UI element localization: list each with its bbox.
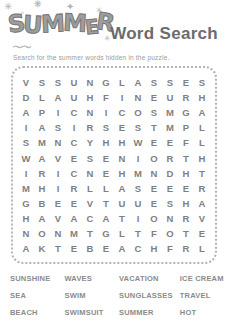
grid-cell-r1c2[interactable]: S [34,75,50,90]
grid-cell-r6c3[interactable]: V [50,150,66,165]
grid-cell-r12c4[interactable]: E [66,241,82,256]
grid-cell-r1c1[interactable]: V [18,75,34,90]
grid-cell-r12c12[interactable]: L [194,241,210,256]
grid-cell-r9c3[interactable]: E [50,196,66,211]
grid-cell-r11c8[interactable]: T [130,226,146,241]
grid-cell-r10c9[interactable]: O [146,211,162,226]
grid-cell-r7c11[interactable]: H [178,166,194,181]
grid-cell-r10c12[interactable]: V [194,211,210,226]
grid-cell-r1c9[interactable]: S [146,75,162,90]
grid-cell-r8c5[interactable]: L [82,181,98,196]
word-list-item[interactable]: SWIM [64,291,118,300]
grid-cell-r5c11[interactable]: F [178,135,194,150]
grid-cell-r1c10[interactable]: S [162,75,178,90]
grid-cell-r4c7[interactable]: E [114,120,130,135]
grid-cell-r12c10[interactable]: F [162,241,178,256]
grid-cell-r8c3[interactable]: I [50,181,66,196]
grid-cell-r9c8[interactable]: U [130,196,146,211]
grid-cell-r5c12[interactable]: L [194,135,210,150]
grid-cell-r7c1[interactable]: I [18,166,34,181]
grid-cell-r12c2[interactable]: K [34,241,50,256]
grid-cell-r6c10[interactable]: R [162,150,178,165]
grid-cell-r8c6[interactable]: L [98,181,114,196]
grid-cell-r2c7[interactable]: I [114,90,130,105]
header: SUMMER ✳❋✦✳∘〜〜✳ Word Search [0,0,228,50]
grid-cell-r8c12[interactable]: R [194,181,210,196]
grid-cell-r8c8[interactable]: S [130,181,146,196]
grid-cell-r7c4[interactable]: C [66,166,82,181]
grid-cell-r7c7[interactable]: H [114,166,130,181]
grid-cell-r5c6[interactable]: H [98,135,114,150]
grid-cell-r8c2[interactable]: H [34,181,50,196]
grid-cell-r5c4[interactable]: C [66,135,82,150]
sparkle-doodle-icon: ✳ [4,2,12,12]
grid-cell-r9c10[interactable]: S [162,196,178,211]
grid-cell-r12c7[interactable]: A [114,241,130,256]
grid-cell-r4c2[interactable]: A [34,120,50,135]
grid-cell-r3c1[interactable]: A [18,105,34,120]
grid-cell-r10c11[interactable]: R [178,211,194,226]
grid-cell-r1c3[interactable]: S [50,75,66,90]
grid-cell-r6c12[interactable]: H [194,150,210,165]
grid-cell-r1c5[interactable]: N [82,75,98,90]
grid-cell-r10c5[interactable]: C [82,211,98,226]
grid-cell-r5c10[interactable]: E [162,135,178,150]
grid-cell-r2c1[interactable]: D [18,90,34,105]
worksheet-page: SUMMER ✳❋✦✳∘〜〜✳ Word Search Search for t… [0,0,228,323]
grid-cell-r5c1[interactable]: S [18,135,34,150]
grid-cell-r3c9[interactable]: S [146,105,162,120]
grid-cell-r9c4[interactable]: E [66,196,82,211]
grid-cell-r9c1[interactable]: G [18,196,34,211]
grid-cell-r4c9[interactable]: T [146,120,162,135]
grid-cell-r2c3[interactable]: A [50,90,66,105]
grid-cell-r12c8[interactable]: C [130,241,146,256]
grid-cell-r9c9[interactable]: E [146,196,162,211]
dot-doodle-icon: ∘ [20,9,24,16]
logo-letter: M [40,9,63,38]
grid-cell-r7c10[interactable]: D [162,166,178,181]
grid-cell-r6c5[interactable]: S [82,150,98,165]
grid-cell-r7c8[interactable]: M [130,166,146,181]
grid-cell-r3c7[interactable]: C [114,105,130,120]
grid-cell-r8c11[interactable]: E [178,181,194,196]
grid-cell-r9c5[interactable]: V [82,196,98,211]
grid-cell-r11c12[interactable]: E [194,226,210,241]
grid-cell-r1c12[interactable]: S [194,75,210,90]
grid-cell-r2c8[interactable]: N [130,90,146,105]
grid-cell-r7c9[interactable]: N [146,166,162,181]
puzzle-grid: VSSUNGLASSESDLAUHFINEURHAPICNICOSMGAIASI… [18,75,210,256]
grid-cell-r6c11[interactable]: T [178,150,194,165]
word-list-item[interactable]: ICE CREAM [180,274,226,283]
grid-cell-r7c12[interactable]: T [194,166,210,181]
grid-cell-r3c12[interactable]: A [194,105,210,120]
grid-cell-r5c5[interactable]: Y [82,135,98,150]
grid-cell-r10c2[interactable]: A [34,211,50,226]
grid-cell-r12c11[interactable]: R [178,241,194,256]
grid-cell-r10c7[interactable]: T [114,211,130,226]
word-list-item[interactable]: SUNGLASSES [119,291,180,300]
word-list-item[interactable]: HOT [180,308,226,317]
grid-cell-r2c5[interactable]: H [82,90,98,105]
grid-cell-r6c9[interactable]: O [146,150,162,165]
page-title: Word Search [110,24,218,44]
grid-cell-r11c6[interactable]: G [98,226,114,241]
grid-cell-r6c8[interactable]: I [130,150,146,165]
instructions-text: Search for the summer words hidden in th… [13,54,228,61]
grid-cell-r4c10[interactable]: M [162,120,178,135]
grid-cell-r3c2[interactable]: P [34,105,50,120]
grid-cell-r8c1[interactable]: M [18,181,34,196]
grid-cell-r3c11[interactable]: G [178,105,194,120]
summer-logo: SUMMER ✳❋✦✳∘〜〜✳ [4,2,116,52]
grid-cell-r1c11[interactable]: E [178,75,194,90]
grid-cell-r11c9[interactable]: F [146,226,162,241]
grid-cell-r12c3[interactable]: T [50,241,66,256]
word-list: SUNSHINEWAVESVACATIONICE CREAMSEASWIMSUN… [10,274,226,317]
grid-cell-r7c5[interactable]: N [82,166,98,181]
grid-cell-r3c6[interactable]: I [98,105,114,120]
grid-cell-r8c4[interactable]: R [66,181,82,196]
grid-cell-r10c3[interactable]: V [50,211,66,226]
word-list-item[interactable]: SWIMSUIT [64,308,118,317]
grid-cell-r9c2[interactable]: B [34,196,50,211]
grid-cell-r3c10[interactable]: M [162,105,178,120]
grid-cell-r6c2[interactable]: A [34,150,50,165]
grid-cell-r5c7[interactable]: H [114,135,130,150]
grid-cell-r11c11[interactable]: T [178,226,194,241]
logo-letter: M [62,8,85,37]
grid-cell-r6c4[interactable]: E [66,150,82,165]
grid-cell-r4c6[interactable]: S [98,120,114,135]
grid-cell-r6c1[interactable]: W [18,150,34,165]
grid-cell-r2c6[interactable]: F [98,90,114,105]
grid-cell-r11c3[interactable]: N [50,226,66,241]
grid-cell-r10c10[interactable]: N [162,211,178,226]
grid-cell-r9c7[interactable]: U [114,196,130,211]
grid-cell-r12c6[interactable]: E [98,241,114,256]
grid-cell-r5c2[interactable]: M [34,135,50,150]
grid-cell-r7c3[interactable]: I [50,166,66,181]
grid-cell-r5c3[interactable]: N [50,135,66,150]
grid-cell-r2c2[interactable]: L [34,90,50,105]
grid-cell-r4c11[interactable]: P [178,120,194,135]
grid-cell-r5c9[interactable]: E [146,135,162,150]
grid-cell-r2c10[interactable]: U [162,90,178,105]
grid-cell-r7c2[interactable]: R [34,166,50,181]
grid-cell-r8c7[interactable]: A [114,181,130,196]
grid-cell-r9c12[interactable]: A [194,196,210,211]
grid-cell-r6c6[interactable]: E [98,150,114,165]
word-list-item[interactable]: TRAVEL [180,291,226,300]
grid-cell-r1c6[interactable]: G [98,75,114,90]
grid-cell-r8c9[interactable]: E [146,181,162,196]
grid-cell-r12c9[interactable]: H [146,241,162,256]
grid-cell-r4c8[interactable]: S [130,120,146,135]
grid-cell-r11c1[interactable]: N [18,226,34,241]
grid-cell-r3c5[interactable]: N [82,105,98,120]
word-list-item[interactable]: SUMMER [119,308,180,317]
grid-cell-r3c8[interactable]: O [130,105,146,120]
sparkle-doodle-icon: ✦ [66,2,74,12]
grid-cell-r12c5[interactable]: B [82,241,98,256]
grid-cell-r2c9[interactable]: E [146,90,162,105]
grid-cell-r9c11[interactable]: H [178,196,194,211]
grid-cell-r4c5[interactable]: R [82,120,98,135]
word-list-item[interactable]: SEA [10,291,64,300]
star-doodle-icon: ❋ [34,0,42,9]
grid-cell-r9c6[interactable]: T [98,196,114,211]
grid-cell-r4c12[interactable]: L [194,120,210,135]
word-list-item[interactable]: VACATION [119,274,180,283]
grid-cell-r4c3[interactable]: S [50,120,66,135]
grid-cell-r3c4[interactable]: C [66,105,82,120]
grid-cell-r10c6[interactable]: A [98,211,114,226]
grid-cell-r5c8[interactable]: W [130,135,146,150]
grid-cell-r2c4[interactable]: U [66,90,82,105]
word-list-item[interactable]: WAVES [64,274,118,283]
grid-cell-r10c8[interactable]: I [130,211,146,226]
sparkle-doodle-icon: ✳ [96,7,103,15]
word-list-item[interactable]: BEACH [10,308,64,317]
grid-cell-r3c3[interactable]: I [50,105,66,120]
grid-cell-r1c7[interactable]: L [114,75,130,90]
grid-cell-r11c4[interactable]: M [66,226,82,241]
grid-cell-r11c5[interactable]: T [82,226,98,241]
grid-cell-r7c6[interactable]: E [98,166,114,181]
grid-cell-r12c1[interactable]: A [18,241,34,256]
grid-cell-r10c1[interactable]: H [18,211,34,226]
grid-cell-r11c7[interactable]: L [114,226,130,241]
squiggle-doodle-icon: 〜〜 [12,42,30,53]
grid-cell-r4c4[interactable]: I [66,120,82,135]
grid-cell-r2c11[interactable]: R [178,90,194,105]
grid-cell-r6c7[interactable]: N [114,150,130,165]
grid-cell-r1c4[interactable]: U [66,75,82,90]
grid-cell-r11c10[interactable]: O [162,226,178,241]
word-list-item[interactable]: SUNSHINE [10,274,64,283]
logo-letter: U [22,10,41,39]
grid-cell-r1c8[interactable]: A [130,75,146,90]
puzzle-grid-frame: VSSUNGLASSESDLAUHFINEURHAPICNICOSMGAIASI… [11,66,217,264]
grid-cell-r10c4[interactable]: A [66,211,82,226]
grid-cell-r11c2[interactable]: O [34,226,50,241]
grid-cell-r2c12[interactable]: H [194,90,210,105]
grid-cell-r8c10[interactable]: E [162,181,178,196]
grid-cell-r4c1[interactable]: I [18,120,34,135]
